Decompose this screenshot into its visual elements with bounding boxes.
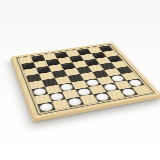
board-frame: ●●●●●●●●●●●●○○○○○○○○○○○○ (12, 42, 160, 119)
photo-background: ●●●●●●●●●●●●○○○○○○○○○○○○ (0, 0, 160, 160)
board-scene: ●●●●●●●●●●●●○○○○○○○○○○○○ (0, 0, 160, 160)
checkers-board: ●●●●●●●●●●●●○○○○○○○○○○○○ (12, 42, 160, 119)
